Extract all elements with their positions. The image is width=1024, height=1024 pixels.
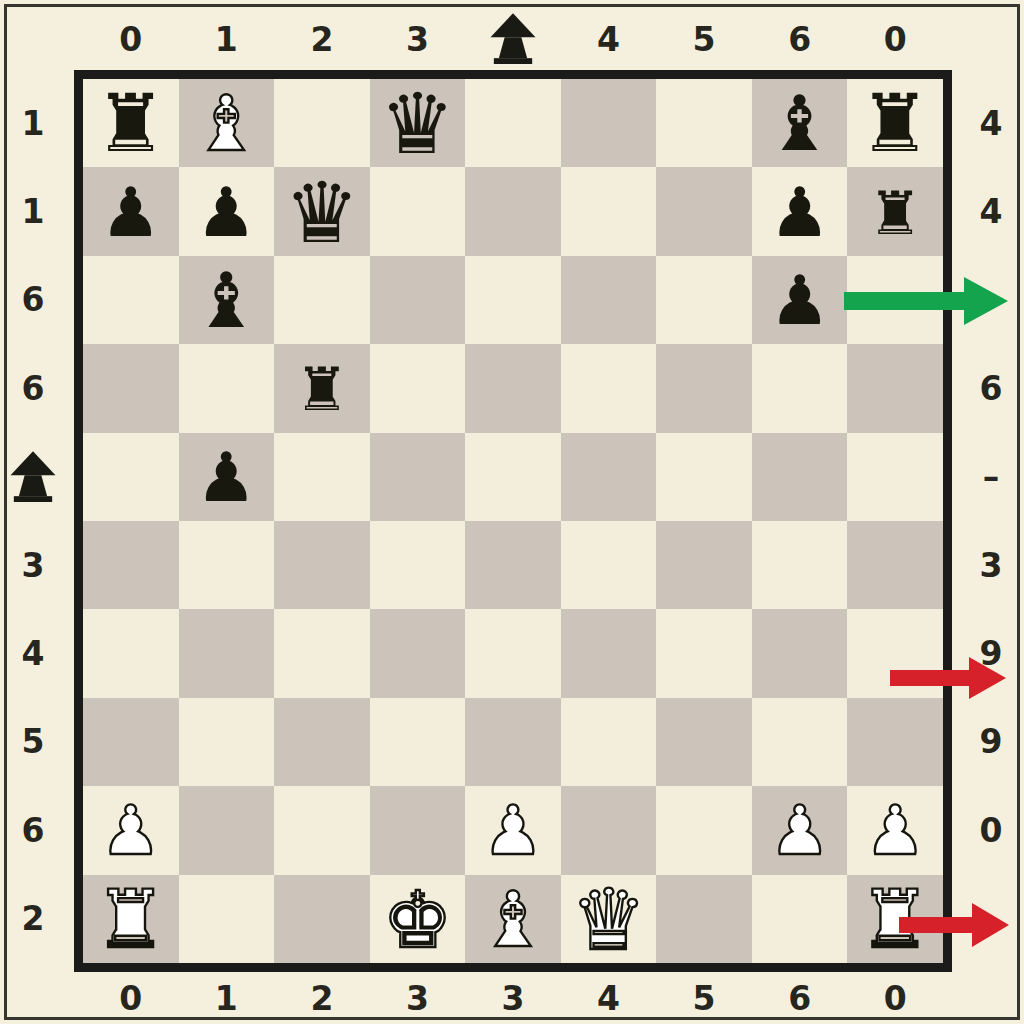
square-r6-c7 xyxy=(752,521,848,609)
black-pawn: ♟ xyxy=(196,444,257,512)
left-label-7: 5 xyxy=(4,698,62,786)
white-rook: ♜ xyxy=(95,880,167,960)
square-r3-c6 xyxy=(656,256,752,344)
square-r1-c6 xyxy=(656,79,752,167)
black-turret-rook: ♜ xyxy=(295,359,349,419)
white-pawn: ♟ xyxy=(769,797,830,865)
top-label-3: 3 xyxy=(370,12,466,66)
square-r5-c4 xyxy=(465,433,561,521)
square-r8-c6 xyxy=(656,698,752,786)
square-r8-c1 xyxy=(179,698,275,786)
square-r5-c8 xyxy=(847,433,943,521)
square-r10-c7 xyxy=(752,875,848,963)
square-r5-c5 xyxy=(561,433,657,521)
square-r8-c4 xyxy=(465,698,561,786)
square-r9-c8: ♟ xyxy=(847,786,943,874)
square-r4-c0 xyxy=(83,344,179,432)
right-label-4: – xyxy=(962,433,1020,521)
square-r10-c4: ♝ xyxy=(465,875,561,963)
bottom-label-5: 4 xyxy=(561,976,657,1020)
right-label-0: 4 xyxy=(962,79,1020,167)
square-r2-c6 xyxy=(656,167,752,255)
bottom-label-3: 3 xyxy=(370,976,466,1020)
black-rook: ♜ xyxy=(95,84,167,164)
top-coordinate-strip: 01234560 xyxy=(83,12,943,60)
square-r7-c2 xyxy=(274,609,370,697)
square-r7-c7 xyxy=(752,609,848,697)
black-rook: ♜ xyxy=(859,84,931,164)
square-r10-c3: ♚ xyxy=(370,875,466,963)
square-r9-c7: ♟ xyxy=(752,786,848,874)
black-pawn: ♟ xyxy=(769,179,830,247)
left-label-3: 6 xyxy=(4,344,62,432)
square-r6-c1 xyxy=(179,521,275,609)
square-r9-c0: ♟ xyxy=(83,786,179,874)
right-label-8: 0 xyxy=(962,786,1020,874)
left-label-1: 1 xyxy=(4,167,62,255)
square-r4-c4 xyxy=(465,344,561,432)
square-r8-c2 xyxy=(274,698,370,786)
up-arrow-icon xyxy=(488,12,538,66)
up-arrow-icon xyxy=(8,450,58,504)
square-r2-c8: ♜ xyxy=(847,167,943,255)
top-label-8: 0 xyxy=(847,12,943,66)
right-coordinate-strip: 446–3990 xyxy=(962,79,1020,963)
square-r5-c1: ♟ xyxy=(179,433,275,521)
square-r2-c7: ♟ xyxy=(752,167,848,255)
white-king: ♚ xyxy=(382,881,452,959)
square-r2-c4 xyxy=(465,167,561,255)
square-r4-c8 xyxy=(847,344,943,432)
square-r5-c3 xyxy=(370,433,466,521)
white-pawn: ♟ xyxy=(100,797,161,865)
red-right-arrow-bottom xyxy=(899,903,1009,947)
square-r1-c3: ♛ xyxy=(370,79,466,167)
left-label-icon-4 xyxy=(4,433,62,521)
red-right-arrow-mid xyxy=(890,657,1006,699)
bottom-label-7: 6 xyxy=(752,976,848,1020)
bottom-coordinate-strip: 012334560 xyxy=(83,976,943,1020)
square-r1-c0: ♜ xyxy=(83,79,179,167)
black-queen: ♛ xyxy=(284,171,359,255)
bottom-label-2: 2 xyxy=(274,976,370,1020)
square-r1-c5 xyxy=(561,79,657,167)
square-r7-c6 xyxy=(656,609,752,697)
left-label-2: 6 xyxy=(4,256,62,344)
square-r9-c5 xyxy=(561,786,657,874)
square-r1-c7: ♝ xyxy=(752,79,848,167)
top-label-5: 4 xyxy=(561,12,657,66)
bottom-label-0: 0 xyxy=(83,976,179,1020)
left-label-8: 6 xyxy=(4,786,62,874)
square-r2-c2: ♛ xyxy=(274,167,370,255)
square-r1-c4 xyxy=(465,79,561,167)
square-r8-c0 xyxy=(83,698,179,786)
square-r3-c4 xyxy=(465,256,561,344)
black-bishop: ♝ xyxy=(766,86,834,162)
square-r5-c2 xyxy=(274,433,370,521)
square-r6-c2 xyxy=(274,521,370,609)
black-queen: ♛ xyxy=(380,82,455,166)
square-r7-c5 xyxy=(561,609,657,697)
black-pawn: ♟ xyxy=(769,267,830,335)
chess-diagram: 01234560 012334560 116634562 446–3990 ♜♝… xyxy=(0,0,1024,1024)
square-r3-c2 xyxy=(274,256,370,344)
square-r3-c0 xyxy=(83,256,179,344)
bottom-label-6: 5 xyxy=(656,976,752,1020)
square-r5-c7 xyxy=(752,433,848,521)
square-r9-c4: ♟ xyxy=(465,786,561,874)
square-r7-c0 xyxy=(83,609,179,697)
left-label-5: 3 xyxy=(4,521,62,609)
square-r2-c0: ♟ xyxy=(83,167,179,255)
square-r6-c3 xyxy=(370,521,466,609)
white-queen: ♛ xyxy=(571,878,646,962)
left-label-0: 1 xyxy=(4,79,62,167)
square-r4-c2: ♜ xyxy=(274,344,370,432)
square-r5-c6 xyxy=(656,433,752,521)
white-bishop: ♝ xyxy=(479,882,547,958)
white-pawn: ♟ xyxy=(865,797,926,865)
square-r10-c5: ♛ xyxy=(561,875,657,963)
square-r8-c8 xyxy=(847,698,943,786)
square-r3-c5 xyxy=(561,256,657,344)
white-pawn: ♟ xyxy=(483,797,544,865)
right-label-1: 4 xyxy=(962,167,1020,255)
top-label-2: 2 xyxy=(274,12,370,66)
right-label-3: 6 xyxy=(962,344,1020,432)
black-bishop: ♝ xyxy=(192,263,260,339)
left-coordinate-strip: 116634562 xyxy=(4,79,62,963)
square-r3-c3 xyxy=(370,256,466,344)
square-r3-c7: ♟ xyxy=(752,256,848,344)
square-r2-c3 xyxy=(370,167,466,255)
black-pawn: ♟ xyxy=(100,179,161,247)
square-r6-c4 xyxy=(465,521,561,609)
top-label-1: 1 xyxy=(179,12,275,66)
top-label-0: 0 xyxy=(83,12,179,66)
square-r6-c5 xyxy=(561,521,657,609)
bottom-label-1: 1 xyxy=(179,976,275,1020)
right-label-5: 3 xyxy=(962,521,1020,609)
top-label-6: 5 xyxy=(656,12,752,66)
green-right-arrow xyxy=(844,277,1008,325)
square-r9-c2 xyxy=(274,786,370,874)
square-r1-c1: ♝ xyxy=(179,79,275,167)
square-r8-c5 xyxy=(561,698,657,786)
square-r9-c3 xyxy=(370,786,466,874)
square-r8-c3 xyxy=(370,698,466,786)
square-r6-c0 xyxy=(83,521,179,609)
square-r2-c5 xyxy=(561,167,657,255)
square-r9-c6 xyxy=(656,786,752,874)
left-label-6: 4 xyxy=(4,609,62,697)
chess-board: ♜♝♛♝♜♟♟♛♟♜♝♟♜♟♟♟♟♟♜♚♝♛♜ xyxy=(74,70,952,972)
square-r4-c7 xyxy=(752,344,848,432)
square-r1-c8: ♜ xyxy=(847,79,943,167)
square-r7-c4 xyxy=(465,609,561,697)
right-label-7: 9 xyxy=(962,698,1020,786)
black-pawn: ♟ xyxy=(196,179,257,247)
square-r8-c7 xyxy=(752,698,848,786)
white-bishop: ♝ xyxy=(192,86,260,162)
square-r10-c1 xyxy=(179,875,275,963)
square-r4-c1 xyxy=(179,344,275,432)
square-r7-c1 xyxy=(179,609,275,697)
black-turret-rook: ♜ xyxy=(868,183,922,243)
square-r3-c1: ♝ xyxy=(179,256,275,344)
square-r4-c6 xyxy=(656,344,752,432)
bottom-label-8: 0 xyxy=(847,976,943,1020)
square-r6-c6 xyxy=(656,521,752,609)
square-r9-c1 xyxy=(179,786,275,874)
left-label-9: 2 xyxy=(4,875,62,963)
square-r10-c2 xyxy=(274,875,370,963)
square-r5-c0 xyxy=(83,433,179,521)
top-label-7: 6 xyxy=(752,12,848,66)
square-r2-c1: ♟ xyxy=(179,167,275,255)
bottom-label-4: 3 xyxy=(465,976,561,1020)
square-r7-c3 xyxy=(370,609,466,697)
square-r4-c3 xyxy=(370,344,466,432)
square-r1-c2 xyxy=(274,79,370,167)
top-label-icon-4 xyxy=(465,12,561,66)
square-r10-c0: ♜ xyxy=(83,875,179,963)
square-r4-c5 xyxy=(561,344,657,432)
square-r10-c6 xyxy=(656,875,752,963)
square-r6-c8 xyxy=(847,521,943,609)
